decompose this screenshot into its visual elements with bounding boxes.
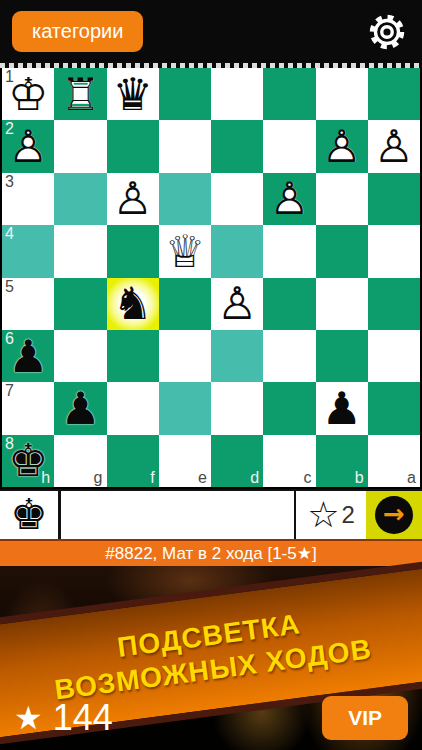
file-label-g: g: [94, 469, 103, 487]
square-f8[interactable]: f: [107, 435, 159, 487]
square-e2[interactable]: [159, 120, 211, 172]
file-label-a: a: [407, 469, 416, 487]
square-g3[interactable]: [54, 173, 106, 225]
square-b2[interactable]: ♟♙: [316, 120, 368, 172]
square-g1[interactable]: ♜♖: [54, 68, 106, 120]
square-c8[interactable]: c: [263, 435, 315, 487]
square-f7[interactable]: [107, 382, 159, 434]
square-h8[interactable]: 8h♚: [2, 435, 54, 487]
rank-label-2: 2: [5, 120, 14, 138]
turn-indicator: ♚: [0, 491, 61, 539]
square-a7[interactable]: [368, 382, 420, 434]
square-g7[interactable]: ♟: [54, 382, 106, 434]
square-f5[interactable]: ♞: [107, 278, 159, 330]
settings-gear-icon[interactable]: [364, 9, 410, 55]
star-outline-icon: ☆: [307, 497, 339, 533]
square-b5[interactable]: [316, 278, 368, 330]
square-c5[interactable]: [263, 278, 315, 330]
square-g2[interactable]: [54, 120, 106, 172]
square-f3[interactable]: ♟♙: [107, 173, 159, 225]
rank-label-1: 1: [5, 68, 14, 86]
square-d7[interactable]: [211, 382, 263, 434]
square-h1[interactable]: 1♚♔: [2, 68, 54, 120]
white-pawn-d5[interactable]: ♟♙: [211, 278, 263, 330]
square-c7[interactable]: [263, 382, 315, 434]
bottom-bar: ★ 144 VIP: [0, 686, 422, 750]
chess-board[interactable]: 1♚♔♜♖♛2♟♙♟♙♟♙3♟♙♟♙4♛♕5♞♟♙6♟7♟♟8h♚gfedcba: [0, 68, 422, 489]
rank-label-6: 6: [5, 330, 14, 348]
square-d8[interactable]: d: [211, 435, 263, 487]
square-c4[interactable]: [263, 225, 315, 277]
square-b1[interactable]: [316, 68, 368, 120]
square-a1[interactable]: [368, 68, 420, 120]
square-h2[interactable]: 2♟♙: [2, 120, 54, 172]
file-label-h: h: [41, 469, 50, 487]
file-label-e: e: [198, 469, 207, 487]
square-a3[interactable]: [368, 173, 420, 225]
rank-label-4: 4: [5, 225, 14, 243]
next-puzzle-button[interactable]: →: [366, 491, 422, 539]
square-g4[interactable]: [54, 225, 106, 277]
square-c2[interactable]: [263, 120, 315, 172]
square-e8[interactable]: e: [159, 435, 211, 487]
square-b7[interactable]: ♟: [316, 382, 368, 434]
rank-label-5: 5: [5, 278, 14, 296]
square-h3[interactable]: 3: [2, 173, 54, 225]
rank-label-8: 8: [5, 435, 14, 453]
white-pawn-c3[interactable]: ♟♙: [263, 173, 315, 225]
file-label-f: f: [150, 469, 154, 487]
square-e7[interactable]: [159, 382, 211, 434]
top-bar: категории: [0, 0, 422, 63]
vip-button[interactable]: VIP: [322, 696, 408, 740]
black-pawn-b7[interactable]: ♟: [316, 382, 368, 434]
stars-count: 144: [53, 697, 113, 739]
white-pawn-f3[interactable]: ♟♙: [107, 173, 159, 225]
square-a8[interactable]: a: [368, 435, 420, 487]
square-e3[interactable]: [159, 173, 211, 225]
square-d6[interactable]: [211, 330, 263, 382]
white-pawn-b2[interactable]: ♟♙: [316, 120, 368, 172]
move-strip: ♚ ☆ 2 →: [0, 489, 422, 539]
square-e6[interactable]: [159, 330, 211, 382]
square-g8[interactable]: g: [54, 435, 106, 487]
rating-value: 2: [341, 501, 354, 529]
square-a5[interactable]: [368, 278, 420, 330]
square-h6[interactable]: 6♟: [2, 330, 54, 382]
promo-area: ПОДСВЕТКА ВОЗМОЖНЫХ ХОДОВ ★ 144 VIP: [0, 566, 422, 750]
white-pawn-a2[interactable]: ♟♙: [368, 120, 420, 172]
file-label-b: b: [355, 469, 364, 487]
square-b6[interactable]: [316, 330, 368, 382]
square-e5[interactable]: [159, 278, 211, 330]
arrow-right-icon: →: [383, 501, 405, 527]
black-king-icon: ♚: [10, 494, 48, 536]
square-h7[interactable]: 7: [2, 382, 54, 434]
arrow-circle: →: [375, 496, 413, 534]
square-c3[interactable]: ♟♙: [263, 173, 315, 225]
rank-label-3: 3: [5, 173, 14, 191]
square-e4[interactable]: ♛♕: [159, 225, 211, 277]
square-c6[interactable]: [263, 330, 315, 382]
square-g6[interactable]: [54, 330, 106, 382]
square-b4[interactable]: [316, 225, 368, 277]
square-b3[interactable]: [316, 173, 368, 225]
square-d2[interactable]: [211, 120, 263, 172]
square-a4[interactable]: [368, 225, 420, 277]
black-queen-f1[interactable]: ♛: [107, 68, 159, 120]
square-a2[interactable]: ♟♙: [368, 120, 420, 172]
square-d4[interactable]: [211, 225, 263, 277]
difficulty-rating: ☆ 2: [294, 491, 366, 539]
square-f1[interactable]: ♛: [107, 68, 159, 120]
square-c1[interactable]: [263, 68, 315, 120]
square-a6[interactable]: [368, 330, 420, 382]
categories-button[interactable]: категории: [12, 11, 143, 52]
square-b8[interactable]: b: [316, 435, 368, 487]
square-f6[interactable]: [107, 330, 159, 382]
app-screen: категории 1♚♔♜♖♛2♟♙♟♙♟♙3♟♙♟♙4♛♕5♞♟♙6♟7♟♟…: [0, 0, 422, 750]
square-d1[interactable]: [211, 68, 263, 120]
white-rook-g1[interactable]: ♜♖: [54, 68, 106, 120]
move-input-area[interactable]: [61, 491, 294, 539]
white-queen-e4[interactable]: ♛♕: [159, 225, 211, 277]
square-h4[interactable]: 4: [2, 225, 54, 277]
square-d3[interactable]: [211, 173, 263, 225]
square-f4[interactable]: [107, 225, 159, 277]
puzzle-caption: #8822, Мат в 2 хода [1-5★]: [0, 539, 422, 566]
square-h5[interactable]: 5: [2, 278, 54, 330]
file-label-d: d: [250, 469, 259, 487]
square-f2[interactable]: [107, 120, 159, 172]
black-pawn-g7[interactable]: ♟: [54, 382, 106, 434]
file-label-c: c: [304, 469, 312, 487]
square-g5[interactable]: [54, 278, 106, 330]
square-e1[interactable]: [159, 68, 211, 120]
square-d5[interactable]: ♟♙: [211, 278, 263, 330]
rank-label-7: 7: [5, 382, 14, 400]
star-filled-icon: ★: [14, 702, 43, 734]
black-knight-f5[interactable]: ♞: [107, 278, 159, 330]
